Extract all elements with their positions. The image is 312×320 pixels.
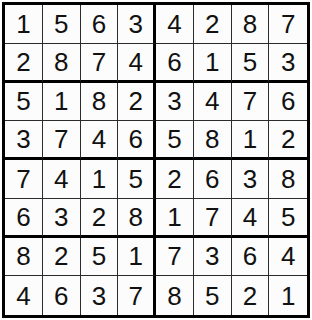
cell-r8c8[interactable]: 1 <box>269 276 307 315</box>
cell-r5c5[interactable]: 2 <box>156 160 194 199</box>
cell-r2c1[interactable]: 2 <box>5 44 43 83</box>
cell-r4c2[interactable]: 7 <box>43 121 81 160</box>
cell-r5c7[interactable]: 3 <box>232 160 270 199</box>
cell-r7c8[interactable]: 4 <box>269 238 307 277</box>
cell-r2c6[interactable]: 1 <box>194 44 232 83</box>
cell-r2c2[interactable]: 8 <box>43 44 81 83</box>
cell-r5c1[interactable]: 7 <box>5 160 43 199</box>
cell-r6c1[interactable]: 6 <box>5 199 43 238</box>
cell-r4c6[interactable]: 8 <box>194 121 232 160</box>
cell-r1c8[interactable]: 7 <box>269 5 307 44</box>
cell-r6c5[interactable]: 1 <box>156 199 194 238</box>
cell-r1c2[interactable]: 5 <box>43 5 81 44</box>
cell-r1c6[interactable]: 2 <box>194 5 232 44</box>
cell-r4c7[interactable]: 1 <box>232 121 270 160</box>
cell-r4c1[interactable]: 3 <box>5 121 43 160</box>
cell-r6c3[interactable]: 2 <box>81 199 119 238</box>
cell-r7c1[interactable]: 8 <box>5 238 43 277</box>
cell-r8c7[interactable]: 2 <box>232 276 270 315</box>
cell-r3c6[interactable]: 4 <box>194 83 232 122</box>
cell-r2c4[interactable]: 4 <box>118 44 156 83</box>
cell-r3c3[interactable]: 8 <box>81 83 119 122</box>
cell-r7c4[interactable]: 1 <box>118 238 156 277</box>
cell-r2c5[interactable]: 6 <box>156 44 194 83</box>
cell-r5c8[interactable]: 8 <box>269 160 307 199</box>
sudoku-board: 1563428728746153518234763746581274152638… <box>2 2 310 318</box>
cell-r3c4[interactable]: 2 <box>118 83 156 122</box>
cell-r2c7[interactable]: 5 <box>232 44 270 83</box>
cell-r4c3[interactable]: 4 <box>81 121 119 160</box>
cell-r4c8[interactable]: 2 <box>269 121 307 160</box>
cell-r3c2[interactable]: 1 <box>43 83 81 122</box>
cell-r1c4[interactable]: 3 <box>118 5 156 44</box>
cell-r5c3[interactable]: 1 <box>81 160 119 199</box>
cell-r8c6[interactable]: 5 <box>194 276 232 315</box>
cell-r4c4[interactable]: 6 <box>118 121 156 160</box>
cell-r7c3[interactable]: 5 <box>81 238 119 277</box>
cell-r6c4[interactable]: 8 <box>118 199 156 238</box>
cell-r2c8[interactable]: 3 <box>269 44 307 83</box>
cell-r7c5[interactable]: 7 <box>156 238 194 277</box>
cell-r8c5[interactable]: 8 <box>156 276 194 315</box>
cell-r3c8[interactable]: 6 <box>269 83 307 122</box>
cell-r6c8[interactable]: 5 <box>269 199 307 238</box>
cell-r1c5[interactable]: 4 <box>156 5 194 44</box>
cell-r1c7[interactable]: 8 <box>232 5 270 44</box>
cell-r7c7[interactable]: 6 <box>232 238 270 277</box>
cell-r6c2[interactable]: 3 <box>43 199 81 238</box>
cell-r8c1[interactable]: 4 <box>5 276 43 315</box>
cell-r3c1[interactable]: 5 <box>5 83 43 122</box>
cell-r8c3[interactable]: 3 <box>81 276 119 315</box>
cell-r5c4[interactable]: 5 <box>118 160 156 199</box>
cell-r2c3[interactable]: 7 <box>81 44 119 83</box>
cell-r7c2[interactable]: 2 <box>43 238 81 277</box>
cell-r8c4[interactable]: 7 <box>118 276 156 315</box>
cell-r6c6[interactable]: 7 <box>194 199 232 238</box>
page: 1563428728746153518234763746581274152638… <box>0 0 312 320</box>
cell-r7c6[interactable]: 3 <box>194 238 232 277</box>
cell-r5c2[interactable]: 4 <box>43 160 81 199</box>
cell-r6c7[interactable]: 4 <box>232 199 270 238</box>
cell-r5c6[interactable]: 6 <box>194 160 232 199</box>
cell-r1c3[interactable]: 6 <box>81 5 119 44</box>
cell-r3c5[interactable]: 3 <box>156 83 194 122</box>
cell-r8c2[interactable]: 6 <box>43 276 81 315</box>
cell-r3c7[interactable]: 7 <box>232 83 270 122</box>
cell-r1c1[interactable]: 1 <box>5 5 43 44</box>
cell-r4c5[interactable]: 5 <box>156 121 194 160</box>
